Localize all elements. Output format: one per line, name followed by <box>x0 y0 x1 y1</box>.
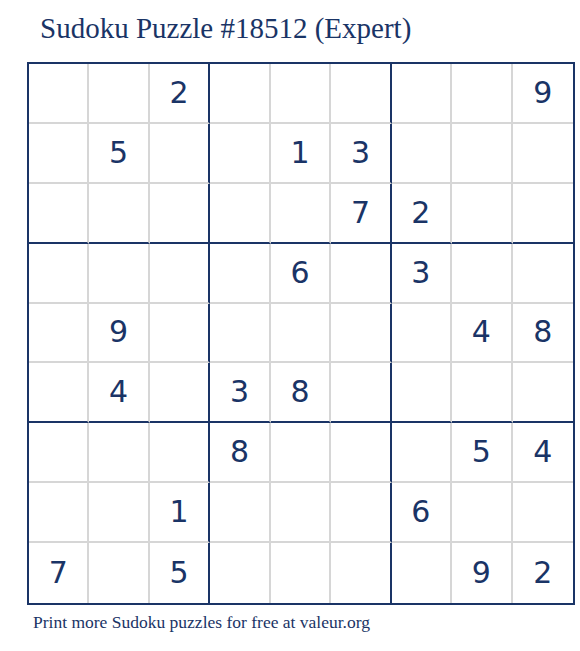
sudoku-cell-r2c4 <box>210 124 270 184</box>
sudoku-cell-r9c7 <box>392 543 452 603</box>
sudoku-cell-r4c8 <box>452 244 512 304</box>
sudoku-cell-r1c4 <box>210 64 270 124</box>
sudoku-cell-r5c5 <box>271 304 331 364</box>
sudoku-cell-r6c5: 8 <box>271 363 331 423</box>
sudoku-cell-r4c6 <box>331 244 391 304</box>
sudoku-cell-r1c3: 2 <box>150 64 210 124</box>
sudoku-cell-r9c8: 9 <box>452 543 512 603</box>
sudoku-cell-r3c4 <box>210 184 270 244</box>
sudoku-cell-r9c5 <box>271 543 331 603</box>
footer-note: Print more Sudoku puzzles for free at va… <box>33 612 370 633</box>
sudoku-cell-r8c2 <box>89 483 149 543</box>
sudoku-cell-r6c3 <box>150 363 210 423</box>
sudoku-cell-r7c9: 4 <box>513 423 573 483</box>
sudoku-cell-r1c8 <box>452 64 512 124</box>
sudoku-cell-r5c1 <box>29 304 89 364</box>
sudoku-cell-r9c3: 5 <box>150 543 210 603</box>
sudoku-cell-r8c1 <box>29 483 89 543</box>
sudoku-cell-r8c6 <box>331 483 391 543</box>
sudoku-cell-r2c8 <box>452 124 512 184</box>
sudoku-cell-r8c4 <box>210 483 270 543</box>
sudoku-cell-r6c6 <box>331 363 391 423</box>
sudoku-cell-r4c2 <box>89 244 149 304</box>
sudoku-cell-r3c5 <box>271 184 331 244</box>
sudoku-cell-r3c8 <box>452 184 512 244</box>
sudoku-board: 295137263948438854167592 <box>27 62 575 605</box>
sudoku-cell-r3c3 <box>150 184 210 244</box>
sudoku-cell-r9c6 <box>331 543 391 603</box>
sudoku-cell-r7c2 <box>89 423 149 483</box>
sudoku-cell-r6c1 <box>29 363 89 423</box>
sudoku-cell-r6c9 <box>513 363 573 423</box>
sudoku-cell-r2c1 <box>29 124 89 184</box>
sudoku-cell-r6c7 <box>392 363 452 423</box>
sudoku-cell-r4c5: 6 <box>271 244 331 304</box>
sudoku-cell-r2c5: 1 <box>271 124 331 184</box>
sudoku-cell-r4c9 <box>513 244 573 304</box>
sudoku-cell-r8c9 <box>513 483 573 543</box>
sudoku-cell-r1c7 <box>392 64 452 124</box>
sudoku-cell-r1c2 <box>89 64 149 124</box>
sudoku-cell-r8c8 <box>452 483 512 543</box>
sudoku-cell-r3c9 <box>513 184 573 244</box>
sudoku-cell-r3c6: 7 <box>331 184 391 244</box>
sudoku-cell-r6c8 <box>452 363 512 423</box>
sudoku-cell-r5c7 <box>392 304 452 364</box>
sudoku-cell-r7c1 <box>29 423 89 483</box>
sudoku-cell-r9c1: 7 <box>29 543 89 603</box>
sudoku-cell-r6c4: 3 <box>210 363 270 423</box>
sudoku-cell-r9c9: 2 <box>513 543 573 603</box>
sudoku-cell-r8c5 <box>271 483 331 543</box>
sudoku-cell-r2c2: 5 <box>89 124 149 184</box>
sudoku-cell-r2c7 <box>392 124 452 184</box>
sudoku-cell-r4c7: 3 <box>392 244 452 304</box>
sudoku-cell-r1c9: 9 <box>513 64 573 124</box>
sudoku-cell-r3c7: 2 <box>392 184 452 244</box>
sudoku-cell-r2c9 <box>513 124 573 184</box>
page-title: Sudoku Puzzle #18512 (Expert) <box>40 12 411 45</box>
sudoku-cell-r2c6: 3 <box>331 124 391 184</box>
sudoku-cell-r9c4 <box>210 543 270 603</box>
sudoku-cell-r5c2: 9 <box>89 304 149 364</box>
sudoku-cell-r7c4: 8 <box>210 423 270 483</box>
sudoku-cell-r1c5 <box>271 64 331 124</box>
sudoku-cell-r7c5 <box>271 423 331 483</box>
sudoku-cell-r9c2 <box>89 543 149 603</box>
sudoku-print-page: Sudoku Puzzle #18512 (Expert) 2951372639… <box>0 0 580 651</box>
sudoku-cell-r7c8: 5 <box>452 423 512 483</box>
sudoku-cell-r1c1 <box>29 64 89 124</box>
sudoku-cell-r7c3 <box>150 423 210 483</box>
sudoku-cell-r6c2: 4 <box>89 363 149 423</box>
sudoku-cell-r8c3: 1 <box>150 483 210 543</box>
sudoku-cell-r5c3 <box>150 304 210 364</box>
sudoku-cell-r5c9: 8 <box>513 304 573 364</box>
sudoku-cell-r4c3 <box>150 244 210 304</box>
sudoku-cell-r4c4 <box>210 244 270 304</box>
sudoku-cell-r7c7 <box>392 423 452 483</box>
sudoku-cell-r8c7: 6 <box>392 483 452 543</box>
sudoku-cell-r5c8: 4 <box>452 304 512 364</box>
sudoku-cell-r1c6 <box>331 64 391 124</box>
sudoku-cell-r5c6 <box>331 304 391 364</box>
sudoku-cell-r3c2 <box>89 184 149 244</box>
sudoku-cell-r2c3 <box>150 124 210 184</box>
sudoku-cell-r7c6 <box>331 423 391 483</box>
sudoku-cell-r4c1 <box>29 244 89 304</box>
sudoku-cell-r3c1 <box>29 184 89 244</box>
sudoku-cell-r5c4 <box>210 304 270 364</box>
